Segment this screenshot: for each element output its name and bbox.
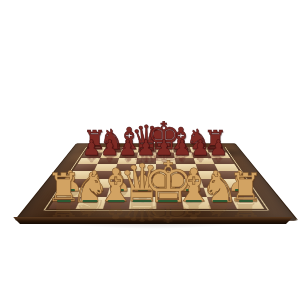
square-e4 — [156, 171, 178, 179]
square-f1 — [181, 197, 210, 208]
square-b2 — [81, 187, 109, 197]
square-c3 — [109, 179, 134, 188]
square-c2 — [106, 187, 133, 197]
square-h4 — [218, 171, 244, 179]
square-c4 — [112, 171, 135, 179]
square-b1 — [75, 197, 106, 208]
square-e3 — [156, 179, 180, 188]
square-d2 — [131, 187, 156, 197]
square-c5 — [115, 164, 137, 171]
square-c1 — [102, 197, 131, 208]
square-f3 — [178, 179, 203, 188]
square-e2 — [156, 187, 181, 197]
square-d3 — [133, 179, 156, 188]
square-e5 — [156, 164, 177, 171]
square-f4 — [177, 171, 200, 179]
square-d5 — [135, 164, 156, 171]
square-b3 — [86, 179, 112, 188]
perspective-scene — [0, 0, 300, 300]
square-f2 — [180, 187, 207, 197]
board-front-edge — [13, 217, 293, 224]
square-b5 — [94, 164, 117, 171]
square-f5 — [176, 164, 198, 171]
square-d4 — [134, 171, 156, 179]
chess-set-photo: ♜♞♝♛♚♝♞♜♟︎♟︎♟︎♟︎♟︎♟︎♟︎♟︎♟︎♟︎♟︎♟︎♟︎♟︎♟︎♟︎… — [0, 0, 300, 300]
square-h5 — [215, 164, 239, 171]
square-e1 — [156, 197, 183, 208]
chess-board — [14, 143, 299, 221]
square-d1 — [129, 197, 156, 208]
square-b4 — [90, 171, 114, 179]
